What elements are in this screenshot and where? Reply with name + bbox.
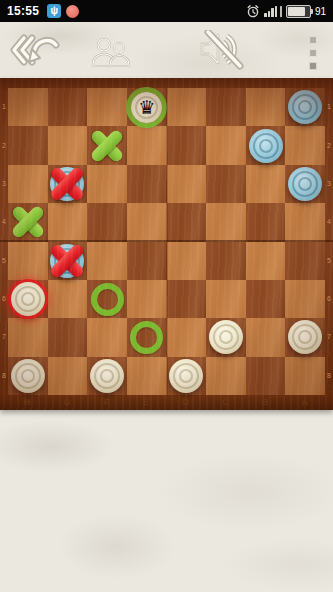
board-cell[interactable] <box>87 165 127 203</box>
piece-white-king-selected[interactable]: ♛ <box>131 92 162 123</box>
rank-label: 1 <box>325 103 333 110</box>
board-cell[interactable] <box>285 203 325 241</box>
sound-muted-icon <box>198 30 246 70</box>
board-cell[interactable] <box>167 280 207 318</box>
board-cell[interactable] <box>8 126 48 164</box>
board-cell[interactable] <box>206 242 246 280</box>
board-cell[interactable] <box>87 242 127 280</box>
rank-label: 7 <box>0 333 8 340</box>
green-circle-mark <box>130 321 163 354</box>
piece-white-man[interactable] <box>90 359 124 393</box>
board-cell[interactable] <box>206 280 246 318</box>
board-cell[interactable] <box>87 357 127 395</box>
rank-label: 4 <box>325 218 333 225</box>
board-cell[interactable] <box>127 357 167 395</box>
piece-white-man[interactable] <box>11 359 45 393</box>
rank-label: 3 <box>325 180 333 187</box>
board-cell[interactable] <box>127 126 167 164</box>
board-cell[interactable] <box>246 318 286 356</box>
board-cell[interactable] <box>285 165 325 203</box>
board-cell[interactable] <box>246 88 286 126</box>
board-cell[interactable] <box>48 280 88 318</box>
board-cell[interactable] <box>87 280 127 318</box>
board-cell[interactable] <box>87 203 127 241</box>
board-cell[interactable] <box>8 88 48 126</box>
board-cell[interactable] <box>127 242 167 280</box>
menu-dot-icon <box>309 49 317 57</box>
board-cell[interactable] <box>206 165 246 203</box>
green-circle-mark <box>91 283 124 316</box>
players-icon <box>90 36 132 68</box>
board-cell[interactable] <box>127 318 167 356</box>
board-cell[interactable] <box>167 126 207 164</box>
piece-black-man[interactable] <box>288 167 322 201</box>
piece-white-man[interactable] <box>209 320 243 354</box>
rank-label: 2 <box>0 142 8 149</box>
rank-label: 8 <box>0 372 8 379</box>
board-cell[interactable] <box>8 203 48 241</box>
undo-button[interactable] <box>10 31 60 72</box>
board-cell[interactable] <box>285 242 325 280</box>
toolbar <box>0 22 333 78</box>
usb-icon: ψ <box>47 4 61 18</box>
board-cell[interactable] <box>87 126 127 164</box>
sound-muted-button[interactable] <box>198 30 246 73</box>
board-seam <box>166 88 168 395</box>
file-label: A <box>285 397 324 407</box>
board-cell[interactable] <box>167 357 207 395</box>
notification-dot-icon <box>66 5 79 18</box>
board-cell[interactable] <box>8 318 48 356</box>
rank-label: 2 <box>325 142 333 149</box>
board-cell[interactable] <box>246 280 286 318</box>
rank-label: 7 <box>325 333 333 340</box>
board-cell[interactable] <box>285 318 325 356</box>
board-cell[interactable] <box>48 242 88 280</box>
board-cell[interactable] <box>87 318 127 356</box>
board-cell[interactable] <box>246 126 286 164</box>
rank-label: 6 <box>0 295 8 302</box>
piece-black-man[interactable] <box>288 90 322 124</box>
rank-label: 8 <box>325 372 333 379</box>
piece-white-man[interactable] <box>169 359 203 393</box>
board-cell[interactable] <box>48 357 88 395</box>
red-x-mark <box>47 241 87 281</box>
board-cell[interactable] <box>127 280 167 318</box>
piece-black-man[interactable] <box>50 244 84 278</box>
board-cell[interactable] <box>8 357 48 395</box>
overflow-menu-button[interactable] <box>308 36 318 70</box>
board-cell[interactable] <box>206 126 246 164</box>
file-label: D <box>167 397 206 407</box>
board-cell[interactable] <box>8 165 48 203</box>
green-x-mark <box>9 203 47 241</box>
file-label: C <box>206 397 245 407</box>
board-cell[interactable] <box>206 318 246 356</box>
players-button[interactable] <box>90 36 132 71</box>
piece-white-man[interactable] <box>288 320 322 354</box>
board-cell[interactable] <box>48 318 88 356</box>
piece-black-man[interactable] <box>50 167 84 201</box>
board-cell[interactable] <box>8 242 48 280</box>
king-crown-icon: ♛ <box>131 92 162 123</box>
board-cell[interactable] <box>285 88 325 126</box>
rank-label: 4 <box>0 218 8 225</box>
board-cell[interactable] <box>167 203 207 241</box>
board-cell[interactable] <box>206 88 246 126</box>
board-cell[interactable] <box>246 165 286 203</box>
signal-bars-icon <box>264 5 282 17</box>
board-cell[interactable] <box>127 203 167 241</box>
board-cell[interactable] <box>48 88 88 126</box>
red-x-mark <box>47 164 87 204</box>
menu-dot-icon <box>309 62 317 70</box>
battery-icon <box>286 5 311 18</box>
background-surface <box>0 410 333 592</box>
board-cell[interactable] <box>206 203 246 241</box>
file-label: E <box>127 397 166 407</box>
board-cell[interactable] <box>127 165 167 203</box>
status-bar-right: 91 <box>246 4 326 18</box>
board-cell[interactable] <box>8 280 48 318</box>
checkers-board: ♛ 1122334455667788HGFEDCBA <box>0 78 333 410</box>
piece-black-man[interactable] <box>249 129 283 163</box>
board-cell[interactable] <box>167 88 207 126</box>
app-screen: 15:55 ψ 91 <box>0 0 333 592</box>
board-cell[interactable] <box>48 126 88 164</box>
green-x-mark <box>88 127 126 165</box>
board-cell[interactable] <box>246 357 286 395</box>
alarm-icon <box>246 4 260 18</box>
clock-text: 15:55 <box>7 4 39 18</box>
file-label: G <box>48 397 87 407</box>
board-cell[interactable] <box>285 357 325 395</box>
file-label: B <box>246 397 285 407</box>
board-cell[interactable] <box>246 203 286 241</box>
board-cell[interactable] <box>167 318 207 356</box>
board-cell[interactable] <box>285 126 325 164</box>
board-cell[interactable] <box>48 203 88 241</box>
rank-label: 1 <box>0 103 8 110</box>
board-cell[interactable]: ♛ <box>127 88 167 126</box>
file-label: F <box>87 397 126 407</box>
menu-dot-icon <box>309 36 317 44</box>
board-cell[interactable] <box>167 165 207 203</box>
rank-label: 5 <box>325 257 333 264</box>
board-cell[interactable] <box>206 357 246 395</box>
board-cell[interactable] <box>246 242 286 280</box>
rank-label: 3 <box>0 180 8 187</box>
board-cell[interactable] <box>167 242 207 280</box>
board-cell[interactable] <box>285 280 325 318</box>
piece-white-man[interactable] <box>11 282 45 316</box>
file-label: H <box>8 397 47 407</box>
rank-label: 5 <box>0 257 8 264</box>
board-cell[interactable] <box>48 165 88 203</box>
undo-icon <box>10 31 60 69</box>
board-cell[interactable] <box>87 88 127 126</box>
rank-label: 6 <box>325 295 333 302</box>
battery-percent: 91 <box>315 6 326 17</box>
status-bar: 15:55 ψ 91 <box>0 0 333 22</box>
